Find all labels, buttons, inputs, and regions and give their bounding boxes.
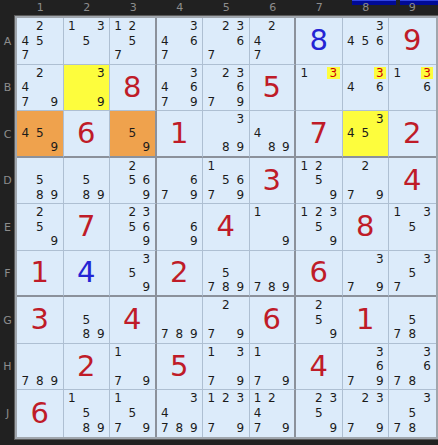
candidate-6: 6 bbox=[233, 34, 248, 49]
candidate-7: 7 bbox=[344, 280, 359, 294]
candidate-5 bbox=[265, 220, 279, 235]
cell-E1[interactable]: 259 bbox=[17, 204, 64, 251]
candidate-1 bbox=[344, 391, 359, 406]
candidate-4 bbox=[204, 80, 219, 95]
candidate-1: 1 bbox=[251, 391, 265, 406]
candidate-7 bbox=[344, 95, 359, 110]
candidate-9 bbox=[279, 48, 293, 63]
candidate-5: 5 bbox=[405, 266, 420, 280]
cell-A9[interactable]: 9 bbox=[389, 18, 436, 65]
candidate-3 bbox=[94, 159, 109, 174]
candidate-grid: 2457 bbox=[17, 18, 63, 64]
cell-C4[interactable]: 1 bbox=[157, 111, 204, 158]
cell-A2[interactable]: 135 bbox=[64, 18, 111, 65]
candidate-8 bbox=[312, 327, 327, 342]
candidate-2 bbox=[265, 112, 279, 126]
candidate-5: 5 bbox=[79, 313, 94, 328]
candidate-2: 2 bbox=[125, 159, 139, 174]
candidate-6 bbox=[279, 406, 293, 421]
cell-B2[interactable]: 39 bbox=[64, 65, 111, 112]
cell-E6[interactable]: 19 bbox=[250, 204, 297, 251]
candidate-1: 1 bbox=[111, 19, 125, 34]
candidate-1: 1 bbox=[251, 205, 265, 220]
candidate-8: 8 bbox=[33, 188, 48, 203]
cell-C6[interactable]: 489 bbox=[250, 111, 297, 158]
candidate-grid: 1379 bbox=[203, 344, 249, 390]
candidate-6 bbox=[279, 359, 293, 374]
cell-F3[interactable]: 359 bbox=[110, 251, 157, 298]
cell-J1[interactable]: 6 bbox=[17, 390, 64, 437]
candidate-1 bbox=[390, 298, 405, 313]
candidate-4 bbox=[158, 173, 173, 188]
candidate-8 bbox=[312, 95, 327, 110]
candidate-1: 1 bbox=[65, 19, 80, 34]
candidate-2: 2 bbox=[125, 205, 139, 220]
solved-digit-red: 8 bbox=[110, 65, 155, 111]
candidate-5: 5 bbox=[33, 126, 48, 140]
col-label-3: 3 bbox=[110, 0, 157, 15]
candidate-2: 2 bbox=[265, 19, 279, 34]
candidate-7 bbox=[297, 327, 312, 342]
cell-E4[interactable]: 69 bbox=[157, 204, 204, 251]
candidate-5: 5 bbox=[33, 34, 48, 49]
cell-G9[interactable]: 578 bbox=[389, 297, 436, 344]
cell-F8[interactable]: 379 bbox=[343, 251, 390, 298]
cell-A8[interactable]: 3456 bbox=[343, 18, 390, 65]
candidate-6 bbox=[420, 406, 435, 421]
candidate-2 bbox=[172, 19, 187, 34]
candidate-3 bbox=[139, 19, 153, 34]
candidate-grid: 679 bbox=[157, 158, 203, 204]
candidate-4 bbox=[111, 126, 125, 140]
cell-B9[interactable]: 136 bbox=[389, 65, 436, 112]
cell-G1[interactable]: 3 bbox=[17, 297, 64, 344]
cell-H5[interactable]: 1379 bbox=[203, 344, 250, 391]
candidate-1: 1 bbox=[204, 345, 219, 360]
sudoku-grid: 2457135125734672367247834569247939834679… bbox=[17, 18, 436, 437]
solved-digit-red: 2 bbox=[157, 251, 203, 296]
candidate-8 bbox=[219, 188, 234, 203]
candidate-9 bbox=[373, 48, 388, 63]
candidate-4 bbox=[158, 220, 173, 235]
candidate-5 bbox=[358, 359, 373, 374]
candidate-9 bbox=[420, 421, 435, 436]
candidate-3 bbox=[139, 112, 153, 126]
cell-J8[interactable]: 2379 bbox=[343, 390, 390, 437]
candidate-grid: 39 bbox=[64, 65, 110, 111]
col-label-6: 6 bbox=[250, 0, 297, 15]
candidate-6 bbox=[326, 80, 341, 95]
candidate-6 bbox=[326, 173, 341, 188]
candidate-7 bbox=[297, 188, 312, 203]
cell-C1[interactable]: 459 bbox=[17, 111, 64, 158]
candidate-6 bbox=[233, 359, 248, 374]
candidate-1 bbox=[204, 252, 219, 266]
candidate-1 bbox=[158, 66, 173, 81]
candidate-5: 5 bbox=[125, 266, 139, 280]
cell-E7[interactable]: 12359 bbox=[296, 204, 343, 251]
candidate-2 bbox=[79, 391, 94, 406]
cell-A3[interactable]: 1257 bbox=[110, 18, 157, 65]
cell-B8[interactable]: 346 bbox=[343, 65, 390, 112]
candidate-3 bbox=[279, 391, 293, 406]
candidate-2 bbox=[79, 19, 94, 34]
cell-F4[interactable]: 2 bbox=[157, 251, 204, 298]
candidate-8 bbox=[125, 374, 139, 389]
candidate-4: 4 bbox=[344, 34, 359, 49]
candidate-7: 7 bbox=[158, 188, 173, 203]
candidate-grid: 135 bbox=[64, 18, 110, 64]
candidate-3: 3 bbox=[373, 252, 388, 266]
cell-E5[interactable]: 4 bbox=[203, 204, 250, 251]
cell-F5[interactable]: 5789 bbox=[203, 251, 250, 298]
candidate-1 bbox=[18, 66, 33, 81]
candidate-5: 5 bbox=[125, 173, 139, 188]
cell-B5[interactable]: 23679 bbox=[203, 65, 250, 112]
solved-digit-red: 1 bbox=[157, 111, 203, 156]
candidate-5: 5 bbox=[125, 406, 139, 421]
candidate-grid: 2479 bbox=[17, 65, 63, 111]
candidate-grid: 589 bbox=[17, 158, 63, 204]
cell-D1[interactable]: 589 bbox=[17, 158, 64, 205]
solved-digit-red: 5 bbox=[250, 65, 295, 111]
candidate-3 bbox=[47, 19, 62, 34]
cell-B7[interactable]: 13 bbox=[296, 65, 343, 112]
cell-D3[interactable]: 2569 bbox=[110, 158, 157, 205]
candidate-4 bbox=[204, 406, 219, 421]
candidate-9: 9 bbox=[47, 374, 62, 389]
cell-E8[interactable]: 8 bbox=[343, 204, 390, 251]
candidate-5 bbox=[125, 359, 139, 374]
candidate-1 bbox=[251, 252, 265, 266]
candidate-8 bbox=[33, 140, 48, 154]
candidate-6: 6 bbox=[139, 173, 153, 188]
candidate-5 bbox=[265, 266, 279, 280]
candidate-3: 3 bbox=[94, 19, 109, 34]
candidate-grid: 5789 bbox=[203, 251, 249, 296]
candidate-1 bbox=[158, 205, 173, 220]
candidate-5: 5 bbox=[405, 313, 420, 328]
candidate-grid: 1259 bbox=[296, 158, 342, 204]
candidate-3: 3 bbox=[139, 252, 153, 266]
candidate-6 bbox=[326, 313, 341, 328]
candidate-grid: 3456 bbox=[343, 18, 389, 64]
candidate-1 bbox=[344, 345, 359, 360]
candidate-grid: 578 bbox=[389, 297, 436, 343]
candidate-7: 7 bbox=[158, 95, 173, 110]
cell-C8[interactable]: 345 bbox=[343, 111, 390, 158]
cell-E9[interactable]: 135 bbox=[389, 204, 436, 251]
candidate-4 bbox=[344, 406, 359, 421]
cell-G5[interactable]: 279 bbox=[203, 297, 250, 344]
candidate-8 bbox=[125, 188, 139, 203]
candidate-1 bbox=[344, 19, 359, 34]
cell-J9[interactable]: 3578 bbox=[389, 390, 436, 437]
candidate-4 bbox=[204, 313, 219, 328]
candidate-3 bbox=[139, 159, 153, 174]
candidate-5 bbox=[265, 359, 279, 374]
candidate-9 bbox=[373, 95, 388, 110]
candidate-3: 3 bbox=[139, 205, 153, 220]
cell-J3[interactable]: 1579 bbox=[110, 390, 157, 437]
candidate-1 bbox=[344, 252, 359, 266]
candidate-1 bbox=[344, 66, 359, 81]
candidate-2: 2 bbox=[219, 66, 234, 81]
candidate-1 bbox=[111, 112, 125, 126]
candidate-2 bbox=[405, 66, 420, 81]
candidate-grid: 789 bbox=[250, 251, 295, 296]
candidate-8 bbox=[33, 234, 48, 249]
candidate-grid: 23679 bbox=[203, 65, 249, 111]
cell-D9[interactable]: 4 bbox=[389, 158, 436, 205]
candidate-7 bbox=[390, 234, 405, 249]
candidate-7: 7 bbox=[158, 421, 173, 436]
candidate-4 bbox=[111, 34, 125, 49]
candidate-6 bbox=[139, 126, 153, 140]
candidate-8: 8 bbox=[219, 280, 234, 294]
candidate-5: 5 bbox=[312, 406, 327, 421]
candidate-4 bbox=[297, 406, 312, 421]
cell-H2[interactable]: 2 bbox=[64, 344, 111, 391]
cell-F6[interactable]: 789 bbox=[250, 251, 297, 298]
cell-G8[interactable]: 1 bbox=[343, 297, 390, 344]
candidate-6 bbox=[139, 359, 153, 374]
row-label-C: C bbox=[0, 111, 15, 158]
candidate-4 bbox=[390, 359, 405, 374]
candidate-grid: 12379 bbox=[203, 390, 249, 437]
candidate-2: 2 bbox=[358, 391, 373, 406]
candidate-9 bbox=[420, 374, 435, 389]
cell-H1[interactable]: 789 bbox=[17, 344, 64, 391]
candidate-8 bbox=[312, 421, 327, 436]
candidate-9 bbox=[94, 48, 109, 63]
cell-H7[interactable]: 4 bbox=[296, 344, 343, 391]
candidate-8: 8 bbox=[405, 327, 420, 342]
candidate-3 bbox=[94, 298, 109, 313]
cell-G3[interactable]: 4 bbox=[110, 297, 157, 344]
cell-F7[interactable]: 6 bbox=[296, 251, 343, 298]
cell-C9[interactable]: 2 bbox=[389, 111, 436, 158]
candidate-6 bbox=[373, 266, 388, 280]
candidate-4 bbox=[390, 220, 405, 235]
candidate-3 bbox=[279, 252, 293, 266]
candidate-4 bbox=[65, 173, 80, 188]
cell-J2[interactable]: 1589 bbox=[64, 390, 111, 437]
candidate-2 bbox=[172, 66, 187, 81]
cell-J4[interactable]: 34789 bbox=[157, 390, 204, 437]
cell-A6[interactable]: 247 bbox=[250, 18, 297, 65]
cell-D5[interactable]: 15679 bbox=[203, 158, 250, 205]
candidate-4 bbox=[390, 266, 405, 280]
cell-G4[interactable]: 789 bbox=[157, 297, 204, 344]
cell-C2[interactable]: 6 bbox=[64, 111, 111, 158]
candidate-9: 9 bbox=[326, 327, 341, 342]
candidate-7: 7 bbox=[18, 95, 33, 110]
cell-F1[interactable]: 1 bbox=[17, 251, 64, 298]
candidate-2: 2 bbox=[125, 19, 139, 34]
cell-C5[interactable]: 389 bbox=[203, 111, 250, 158]
cell-D8[interactable]: 279 bbox=[343, 158, 390, 205]
candidate-2 bbox=[172, 205, 187, 220]
candidate-4 bbox=[297, 220, 312, 235]
candidate-grid: 259 bbox=[17, 204, 63, 250]
candidate-2 bbox=[219, 345, 234, 360]
candidate-8 bbox=[172, 95, 187, 110]
candidate-1 bbox=[111, 159, 125, 174]
candidate-3 bbox=[139, 345, 153, 360]
sudoku-app-window: 123456789 ABCDEFGHJ 24571351257346723672… bbox=[0, 0, 438, 445]
candidate-3: 3 bbox=[420, 345, 435, 360]
candidate-3 bbox=[47, 159, 62, 174]
candidate-1: 1 bbox=[297, 205, 312, 220]
solved-digit-red: 6 bbox=[296, 251, 342, 296]
candidate-4 bbox=[204, 173, 219, 188]
cell-B4[interactable]: 34679 bbox=[157, 65, 204, 112]
candidate-8 bbox=[79, 48, 94, 63]
highlighted-candidate-3: 3 bbox=[374, 67, 387, 80]
cell-F9[interactable]: 357 bbox=[389, 251, 436, 298]
candidate-6: 6 bbox=[187, 34, 202, 49]
candidate-8: 8 bbox=[265, 140, 279, 154]
candidate-3 bbox=[233, 252, 248, 266]
candidate-6 bbox=[279, 266, 293, 280]
candidate-7 bbox=[297, 421, 312, 436]
candidate-grid: 1257 bbox=[110, 18, 155, 64]
candidate-grid: 59 bbox=[110, 111, 155, 156]
candidate-5 bbox=[265, 34, 279, 49]
candidate-3 bbox=[420, 298, 435, 313]
candidate-1 bbox=[111, 252, 125, 266]
candidate-7: 7 bbox=[251, 421, 265, 436]
cell-A7[interactable]: 8 bbox=[296, 18, 343, 65]
row-label-G: G bbox=[0, 297, 15, 344]
candidate-grid: 2379 bbox=[343, 390, 389, 437]
candidate-4 bbox=[204, 126, 219, 140]
candidate-7: 7 bbox=[204, 188, 219, 203]
cell-E2[interactable]: 7 bbox=[64, 204, 111, 251]
candidate-7: 7 bbox=[204, 48, 219, 63]
candidate-5 bbox=[219, 126, 234, 140]
cell-D4[interactable]: 679 bbox=[157, 158, 204, 205]
candidate-8 bbox=[358, 374, 373, 389]
candidate-5 bbox=[405, 359, 420, 374]
candidate-9: 9 bbox=[233, 280, 248, 294]
solved-digit-red: 3 bbox=[250, 158, 295, 204]
candidate-2 bbox=[79, 159, 94, 174]
candidate-3 bbox=[279, 19, 293, 34]
candidate-3: 3 bbox=[187, 391, 202, 406]
row-label-H: H bbox=[0, 344, 15, 391]
cell-G6[interactable]: 6 bbox=[250, 297, 297, 344]
solved-digit-red: 9 bbox=[389, 18, 436, 64]
candidate-3: 3 bbox=[373, 112, 388, 126]
candidate-1 bbox=[18, 159, 33, 174]
cell-B3[interactable]: 8 bbox=[110, 65, 157, 112]
cell-D7[interactable]: 1259 bbox=[296, 158, 343, 205]
cell-H6[interactable]: 179 bbox=[250, 344, 297, 391]
candidate-1 bbox=[65, 66, 80, 81]
cell-H9[interactable]: 3678 bbox=[389, 344, 436, 391]
cell-B6[interactable]: 5 bbox=[250, 65, 297, 112]
candidate-3 bbox=[279, 205, 293, 220]
candidate-7 bbox=[65, 421, 80, 436]
solved-digit-red: 7 bbox=[64, 204, 110, 250]
candidate-grid: 3679 bbox=[343, 344, 389, 390]
candidate-8: 8 bbox=[219, 140, 234, 154]
candidate-9: 9 bbox=[94, 188, 109, 203]
candidate-7: 7 bbox=[204, 421, 219, 436]
col-label-1: 1 bbox=[17, 0, 64, 15]
candidate-7: 7 bbox=[204, 95, 219, 110]
candidate-grid: 357 bbox=[389, 251, 436, 296]
candidate-4: 4 bbox=[18, 126, 33, 140]
candidate-2: 2 bbox=[265, 391, 279, 406]
cell-A1[interactable]: 2457 bbox=[17, 18, 64, 65]
candidate-3 bbox=[47, 66, 62, 81]
candidate-1 bbox=[65, 159, 80, 174]
candidate-3: 3 bbox=[94, 66, 109, 81]
cell-J7[interactable]: 2359 bbox=[296, 390, 343, 437]
candidate-8: 8 bbox=[79, 327, 94, 342]
candidate-1: 1 bbox=[297, 159, 312, 174]
candidate-8 bbox=[358, 140, 373, 154]
candidate-5 bbox=[405, 80, 420, 95]
cell-H4[interactable]: 5 bbox=[157, 344, 204, 391]
cell-D6[interactable]: 3 bbox=[250, 158, 297, 205]
cell-J6[interactable]: 12479 bbox=[250, 390, 297, 437]
cell-C3[interactable]: 59 bbox=[110, 111, 157, 158]
cell-F2[interactable]: 4 bbox=[64, 251, 111, 298]
cell-H8[interactable]: 3679 bbox=[343, 344, 390, 391]
candidate-8 bbox=[219, 95, 234, 110]
highlighted-candidate-3: 3 bbox=[327, 67, 340, 80]
candidate-2: 2 bbox=[312, 205, 327, 220]
cell-J5[interactable]: 12379 bbox=[203, 390, 250, 437]
candidate-6 bbox=[47, 220, 62, 235]
candidate-7 bbox=[344, 140, 359, 154]
candidate-grid: 279 bbox=[343, 158, 389, 204]
solved-digit-red: 4 bbox=[296, 344, 342, 390]
candidate-4: 4 bbox=[18, 80, 33, 95]
cell-D2[interactable]: 589 bbox=[64, 158, 111, 205]
cell-B1[interactable]: 2479 bbox=[17, 65, 64, 112]
cell-C7[interactable]: 7 bbox=[296, 111, 343, 158]
candidate-4 bbox=[204, 266, 219, 280]
candidate-5 bbox=[219, 406, 234, 421]
candidate-8 bbox=[33, 48, 48, 63]
candidate-5: 5 bbox=[358, 126, 373, 140]
candidate-9 bbox=[233, 48, 248, 63]
candidate-7 bbox=[65, 188, 80, 203]
candidate-4: 4 bbox=[18, 34, 33, 49]
cell-G7[interactable]: 259 bbox=[296, 297, 343, 344]
cell-A4[interactable]: 3467 bbox=[157, 18, 204, 65]
candidate-6: 6 bbox=[373, 34, 388, 49]
cell-E3[interactable]: 23569 bbox=[110, 204, 157, 251]
candidate-7 bbox=[111, 280, 125, 294]
candidate-9 bbox=[139, 48, 153, 63]
cell-G2[interactable]: 589 bbox=[64, 297, 111, 344]
cell-H3[interactable]: 179 bbox=[110, 344, 157, 391]
solved-digit-red: 6 bbox=[64, 111, 110, 156]
candidate-2 bbox=[125, 345, 139, 360]
candidate-4 bbox=[251, 266, 265, 280]
candidate-2 bbox=[33, 159, 48, 174]
candidate-9: 9 bbox=[279, 280, 293, 294]
candidate-6 bbox=[373, 406, 388, 421]
candidate-9: 9 bbox=[373, 188, 388, 203]
cell-A5[interactable]: 2367 bbox=[203, 18, 250, 65]
